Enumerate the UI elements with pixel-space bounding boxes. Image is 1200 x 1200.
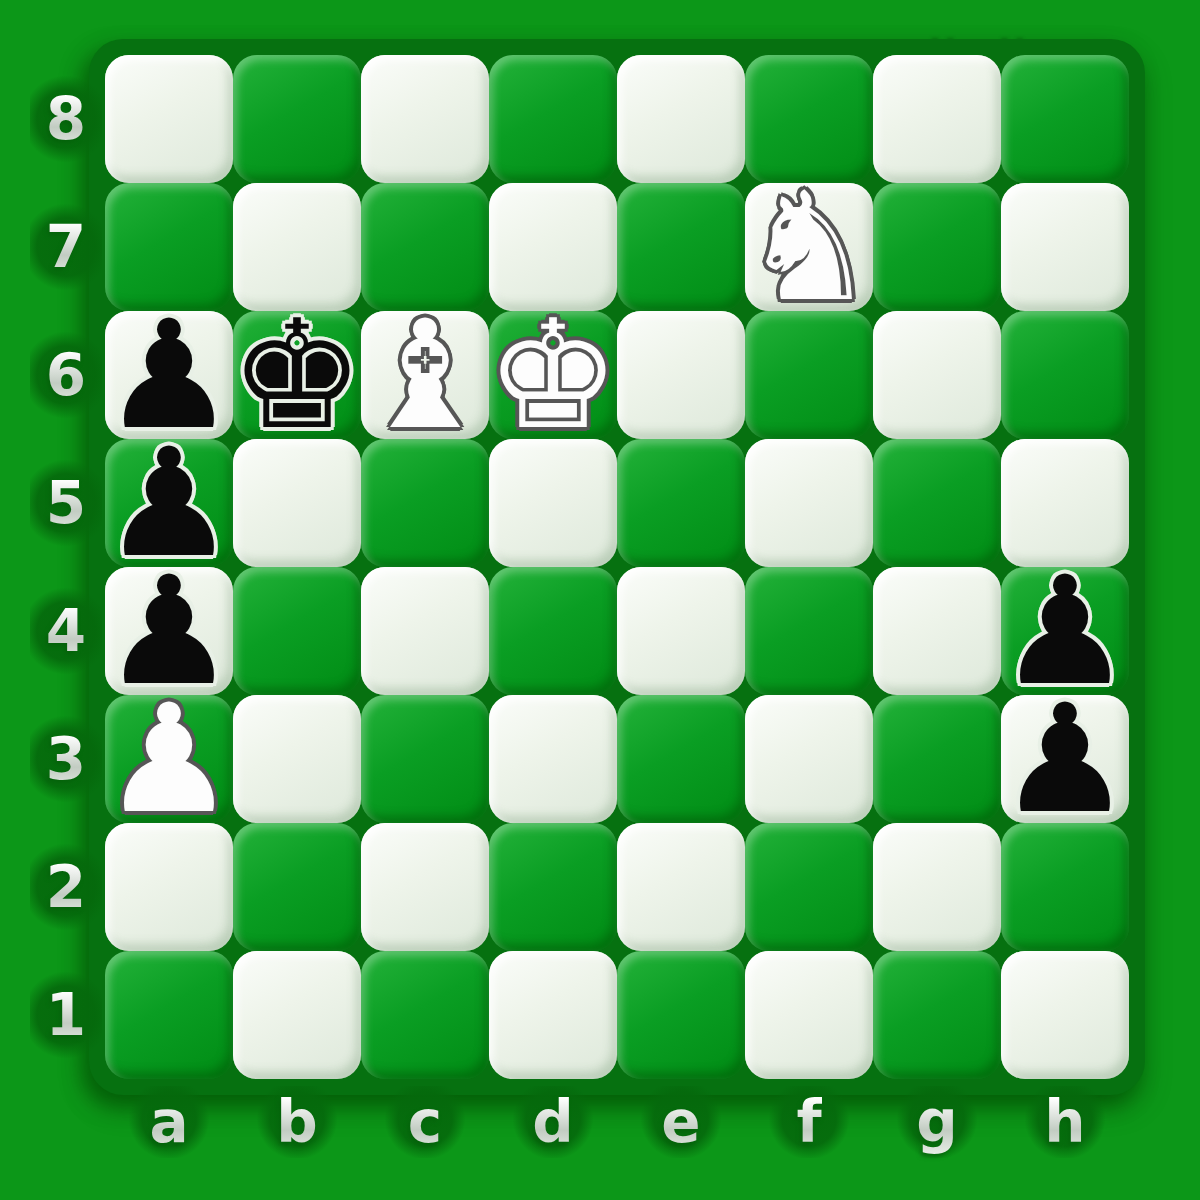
square-d1[interactable] — [489, 951, 617, 1079]
file-label-d: d — [532, 1088, 574, 1156]
square-c2[interactable] — [361, 823, 489, 951]
square-h6[interactable] — [1001, 311, 1129, 439]
square-f1[interactable] — [745, 951, 873, 1079]
rank-label-8: 8 — [46, 85, 86, 153]
rank-label-cell-6: 6 — [30, 311, 102, 439]
square-g5[interactable] — [873, 439, 1001, 567]
square-b4[interactable] — [233, 567, 361, 695]
square-d4[interactable] — [489, 567, 617, 695]
square-b3[interactable] — [233, 695, 361, 823]
square-e4[interactable] — [617, 567, 745, 695]
square-e8[interactable] — [617, 55, 745, 183]
file-label-e: e — [661, 1088, 700, 1156]
square-g2[interactable] — [873, 823, 1001, 951]
file-label-h: h — [1044, 1088, 1085, 1156]
rank-labels: 87654321 — [30, 55, 102, 1079]
square-g4[interactable] — [873, 567, 1001, 695]
square-c1[interactable] — [361, 951, 489, 1079]
square-c5[interactable] — [361, 439, 489, 567]
square-e1[interactable] — [617, 951, 745, 1079]
square-d6[interactable]: ♚ — [489, 311, 617, 439]
file-label-cell-c: c — [361, 1086, 489, 1158]
rank-label-cell-1: 1 — [30, 951, 102, 1079]
rank-label-2: 2 — [46, 853, 86, 921]
square-c3[interactable] — [361, 695, 489, 823]
square-h7[interactable] — [1001, 183, 1129, 311]
square-b5[interactable] — [233, 439, 361, 567]
file-label-a: a — [149, 1088, 188, 1156]
square-e3[interactable] — [617, 695, 745, 823]
rank-label-cell-4: 4 — [30, 567, 102, 695]
square-b1[interactable] — [233, 951, 361, 1079]
rank-label-5: 5 — [46, 469, 86, 537]
piece-white-king-d6[interactable]: ♚ — [486, 311, 620, 439]
square-b2[interactable] — [233, 823, 361, 951]
square-a1[interactable] — [105, 951, 233, 1079]
square-e2[interactable] — [617, 823, 745, 951]
square-d2[interactable] — [489, 823, 617, 951]
rank-label-6: 6 — [46, 341, 86, 409]
square-c8[interactable] — [361, 55, 489, 183]
file-label-cell-d: d — [489, 1086, 617, 1158]
file-label-g: g — [916, 1088, 958, 1156]
file-label-f: f — [796, 1088, 821, 1156]
rank-label-cell-5: 5 — [30, 439, 102, 567]
board-grid: ♞♟♚♝♚♟♟♟♟♟ — [105, 55, 1129, 1079]
square-f4[interactable] — [745, 567, 873, 695]
rank-label-7: 7 — [46, 213, 86, 281]
square-h1[interactable] — [1001, 951, 1129, 1079]
square-a8[interactable] — [105, 55, 233, 183]
square-f3[interactable] — [745, 695, 873, 823]
square-f7[interactable]: ♞ — [745, 183, 873, 311]
piece-white-bishop-c6[interactable]: ♝ — [358, 311, 492, 439]
file-label-cell-h: h — [1001, 1086, 1129, 1158]
square-f2[interactable] — [745, 823, 873, 951]
file-label-cell-e: e — [617, 1086, 745, 1158]
square-c4[interactable] — [361, 567, 489, 695]
rank-label-cell-2: 2 — [30, 823, 102, 951]
square-h3[interactable]: ♟ — [1001, 695, 1129, 823]
square-a3[interactable]: ♟ — [105, 695, 233, 823]
file-label-cell-f: f — [745, 1086, 873, 1158]
square-c6[interactable]: ♝ — [361, 311, 489, 439]
rank-label-1: 1 — [46, 981, 86, 1049]
square-d8[interactable] — [489, 55, 617, 183]
file-label-c: c — [408, 1088, 442, 1156]
piece-black-pawn-h3[interactable]: ♟ — [998, 695, 1132, 823]
square-d3[interactable] — [489, 695, 617, 823]
rank-label-3: 3 — [46, 725, 86, 793]
square-b6[interactable]: ♚ — [233, 311, 361, 439]
square-h2[interactable] — [1001, 823, 1129, 951]
piece-white-knight-f7[interactable]: ♞ — [742, 183, 876, 311]
square-g8[interactable] — [873, 55, 1001, 183]
page-background: { "game": "chess", "position": { "fen": … — [0, 0, 1200, 1200]
file-label-b: b — [276, 1088, 318, 1156]
square-a2[interactable] — [105, 823, 233, 951]
file-label-cell-g: g — [873, 1086, 1001, 1158]
square-e5[interactable] — [617, 439, 745, 567]
file-label-cell-b: b — [233, 1086, 361, 1158]
rank-label-cell-8: 8 — [30, 55, 102, 183]
square-g7[interactable] — [873, 183, 1001, 311]
square-g6[interactable] — [873, 311, 1001, 439]
square-g1[interactable] — [873, 951, 1001, 1079]
piece-white-pawn-a3[interactable]: ♟ — [102, 695, 236, 823]
rank-label-cell-7: 7 — [30, 183, 102, 311]
file-labels: abcdefgh — [105, 1086, 1129, 1158]
square-f5[interactable] — [745, 439, 873, 567]
square-d5[interactable] — [489, 439, 617, 567]
square-b8[interactable] — [233, 55, 361, 183]
square-e7[interactable] — [617, 183, 745, 311]
file-label-cell-a: a — [105, 1086, 233, 1158]
square-h8[interactable] — [1001, 55, 1129, 183]
square-f6[interactable] — [745, 311, 873, 439]
rank-label-4: 4 — [46, 597, 86, 665]
square-e6[interactable] — [617, 311, 745, 439]
rank-label-cell-3: 3 — [30, 695, 102, 823]
piece-black-king-b6[interactable]: ♚ — [230, 311, 364, 439]
square-g3[interactable] — [873, 695, 1001, 823]
